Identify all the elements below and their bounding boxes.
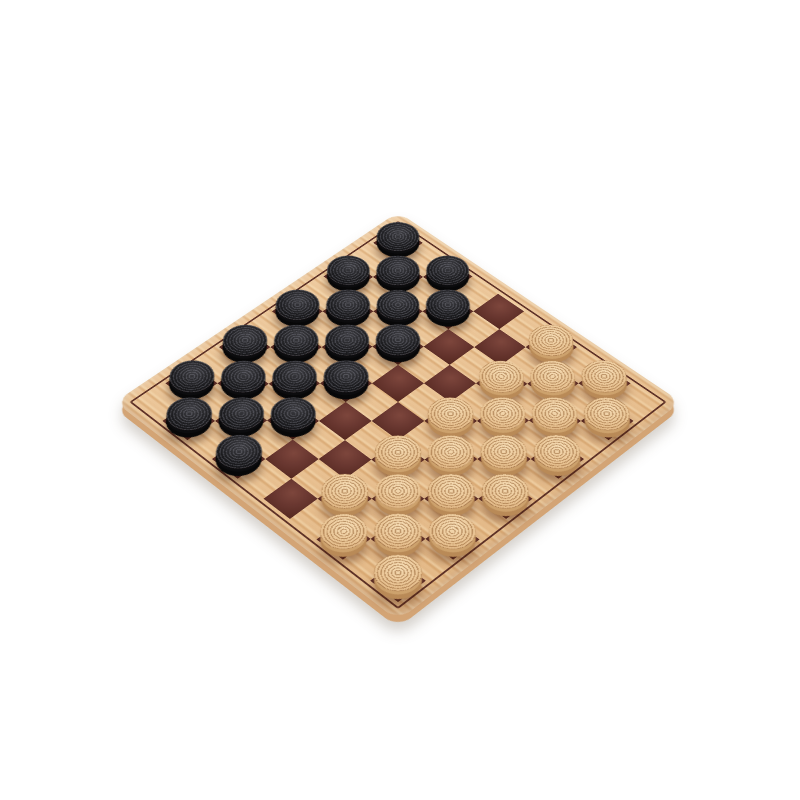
draughts-board: [115, 212, 681, 621]
square-dark[interactable]: [370, 560, 425, 602]
photo-canvas: [0, 0, 800, 800]
board-grid: [138, 226, 658, 602]
board-thickness-shadow: [0, 0, 800, 800]
